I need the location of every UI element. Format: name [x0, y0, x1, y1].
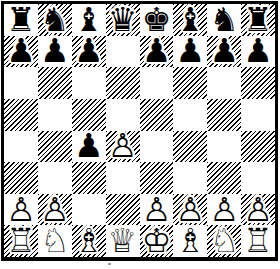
piece-halo: ♟ — [6, 192, 36, 225]
piece-halo: ♜ — [6, 224, 36, 257]
white-pawn-icon: ♙ — [209, 192, 239, 225]
white-bishop-icon: ♗ — [176, 224, 206, 257]
black-knight-icon: ♞ — [40, 2, 70, 35]
square-c1: ♝♗ — [72, 225, 106, 257]
square-c6 — [72, 67, 106, 99]
square-h7: ♟♟ — [241, 36, 275, 68]
piece-halo: ♞ — [209, 224, 239, 257]
piece-halo: ♟ — [142, 34, 172, 67]
square-e1: ♚♔ — [140, 225, 174, 257]
square-d8: ♛♛ — [106, 4, 140, 36]
square-a3 — [4, 162, 38, 194]
square-c8: ♝♝ — [72, 4, 106, 36]
white-queen-icon: ♕ — [108, 224, 138, 257]
square-h8: ♜♜ — [241, 4, 275, 36]
square-h4 — [241, 131, 275, 163]
square-c2 — [72, 194, 106, 226]
black-pawn-icon: ♟ — [243, 34, 273, 67]
piece-halo: ♝ — [176, 2, 206, 35]
square-a5 — [4, 99, 38, 131]
square-h3 — [241, 162, 275, 194]
square-g1: ♞♘ — [207, 225, 241, 257]
piece-halo: ♟ — [176, 192, 206, 225]
square-b6 — [38, 67, 72, 99]
square-h5 — [241, 99, 275, 131]
white-king-icon: ♔ — [142, 224, 172, 257]
piece-halo: ♟ — [6, 34, 36, 67]
piece-halo: ♟ — [209, 34, 239, 67]
square-e8: ♚♚ — [140, 4, 174, 36]
square-g3 — [207, 162, 241, 194]
square-e2: ♟♙ — [140, 194, 174, 226]
square-a2: ♟♙ — [4, 194, 38, 226]
piece-halo: ♜ — [243, 224, 273, 257]
square-b3 — [38, 162, 72, 194]
square-g5 — [207, 99, 241, 131]
black-pawn-icon: ♟ — [74, 129, 104, 162]
square-g2: ♟♙ — [207, 194, 241, 226]
square-c3 — [72, 162, 106, 194]
black-queen-icon: ♛ — [108, 2, 138, 35]
white-rook-icon: ♖ — [243, 224, 273, 257]
piece-halo: ♛ — [108, 224, 138, 257]
square-f2: ♟♙ — [173, 194, 207, 226]
black-bishop-icon: ♝ — [176, 2, 206, 35]
piece-halo: ♟ — [243, 192, 273, 225]
square-b8: ♞♞ — [38, 4, 72, 36]
piece-halo: ♟ — [176, 34, 206, 67]
square-a8: ♜♜ — [4, 4, 38, 36]
square-h6 — [241, 67, 275, 99]
black-pawn-icon: ♟ — [74, 34, 104, 67]
white-pawn-icon: ♙ — [6, 192, 36, 225]
black-rook-icon: ♜ — [243, 2, 273, 35]
black-king-icon: ♚ — [142, 2, 172, 35]
piece-halo: ♞ — [40, 2, 70, 35]
square-b7: ♟♟ — [38, 36, 72, 68]
square-f8: ♝♝ — [173, 4, 207, 36]
print-artifact-dot — [108, 263, 111, 265]
square-g6 — [207, 67, 241, 99]
square-g4 — [207, 131, 241, 163]
square-d2 — [106, 194, 140, 226]
piece-halo: ♟ — [108, 129, 138, 162]
piece-halo: ♞ — [209, 2, 239, 35]
piece-halo: ♟ — [74, 129, 104, 162]
white-knight-icon: ♘ — [40, 224, 70, 257]
black-pawn-icon: ♟ — [142, 34, 172, 67]
square-f4 — [173, 131, 207, 163]
piece-halo: ♝ — [74, 2, 104, 35]
piece-halo: ♟ — [40, 192, 70, 225]
square-f5 — [173, 99, 207, 131]
square-h2: ♟♙ — [241, 194, 275, 226]
black-pawn-icon: ♟ — [176, 34, 206, 67]
square-c7: ♟♟ — [72, 36, 106, 68]
piece-halo: ♜ — [6, 2, 36, 35]
piece-halo: ♜ — [243, 2, 273, 35]
square-d7 — [106, 36, 140, 68]
white-pawn-icon: ♙ — [142, 192, 172, 225]
piece-halo: ♟ — [40, 34, 70, 67]
chess-board: ♜♜♞♞♝♝♛♛♚♚♝♝♞♞♜♜♟♟♟♟♟♟♟♟♟♟♟♟♟♟♟♟♟♙♟♙♟♙♟♙… — [1, 1, 278, 261]
square-h1: ♜♖ — [241, 225, 275, 257]
square-g7: ♟♟ — [207, 36, 241, 68]
square-f1: ♝♗ — [173, 225, 207, 257]
piece-halo: ♞ — [40, 224, 70, 257]
piece-halo: ♟ — [209, 192, 239, 225]
white-bishop-icon: ♗ — [74, 224, 104, 257]
square-e3 — [140, 162, 174, 194]
white-pawn-icon: ♙ — [108, 129, 138, 162]
square-c4: ♟♟ — [72, 131, 106, 163]
square-d5 — [106, 99, 140, 131]
square-e7: ♟♟ — [140, 36, 174, 68]
piece-halo: ♟ — [243, 34, 273, 67]
piece-halo: ♟ — [74, 34, 104, 67]
square-d6 — [106, 67, 140, 99]
square-a6 — [4, 67, 38, 99]
black-pawn-icon: ♟ — [6, 34, 36, 67]
white-pawn-icon: ♙ — [40, 192, 70, 225]
square-a7: ♟♟ — [4, 36, 38, 68]
square-c5 — [72, 99, 106, 131]
square-g8: ♞♞ — [207, 4, 241, 36]
square-b2: ♟♙ — [38, 194, 72, 226]
square-d4: ♟♙ — [106, 131, 140, 163]
square-a4 — [4, 131, 38, 163]
square-b4 — [38, 131, 72, 163]
square-b1: ♞♘ — [38, 225, 72, 257]
square-f3 — [173, 162, 207, 194]
white-knight-icon: ♘ — [209, 224, 239, 257]
white-rook-icon: ♖ — [6, 224, 36, 257]
piece-halo: ♚ — [142, 2, 172, 35]
white-pawn-icon: ♙ — [243, 192, 273, 225]
black-knight-icon: ♞ — [209, 2, 239, 35]
piece-halo: ♚ — [142, 224, 172, 257]
black-pawn-icon: ♟ — [209, 34, 239, 67]
square-d1: ♛♕ — [106, 225, 140, 257]
black-bishop-icon: ♝ — [74, 2, 104, 35]
square-f6 — [173, 67, 207, 99]
piece-halo: ♛ — [108, 2, 138, 35]
square-e6 — [140, 67, 174, 99]
square-f7: ♟♟ — [173, 36, 207, 68]
piece-halo: ♝ — [176, 224, 206, 257]
square-e4 — [140, 131, 174, 163]
piece-halo: ♟ — [142, 192, 172, 225]
square-b5 — [38, 99, 72, 131]
square-a1: ♜♖ — [4, 225, 38, 257]
black-pawn-icon: ♟ — [40, 34, 70, 67]
black-rook-icon: ♜ — [6, 2, 36, 35]
square-d3 — [106, 162, 140, 194]
piece-halo: ♝ — [74, 224, 104, 257]
square-e5 — [140, 99, 174, 131]
white-pawn-icon: ♙ — [176, 192, 206, 225]
